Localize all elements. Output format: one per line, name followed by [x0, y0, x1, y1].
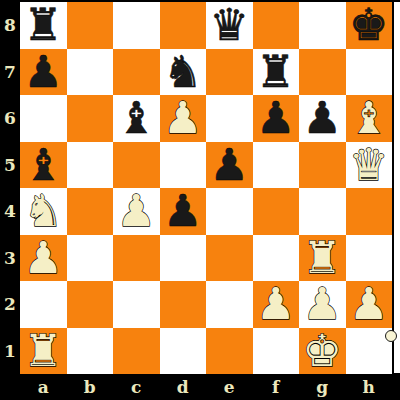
file-label-a: a: [20, 373, 67, 400]
square-b2[interactable]: [67, 281, 114, 328]
square-e4[interactable]: [206, 188, 253, 235]
piece-white-pawn-d6[interactable]: ♟: [163, 95, 202, 142]
piece-black-pawn-d4[interactable]: ♟: [163, 188, 202, 235]
file-label-h: h: [346, 373, 393, 400]
rank-label-6: 6: [0, 95, 20, 142]
square-h5[interactable]: ♛: [346, 142, 393, 189]
piece-white-pawn-a3[interactable]: ♟: [24, 235, 63, 282]
square-c8[interactable]: [113, 2, 160, 49]
rank-label-5: 5: [0, 142, 20, 189]
piece-black-queen-e8[interactable]: ♛: [210, 2, 249, 49]
square-a2[interactable]: [20, 281, 67, 328]
square-b3[interactable]: [67, 235, 114, 282]
square-b7[interactable]: [67, 49, 114, 96]
file-label-b: b: [67, 373, 114, 400]
piece-white-pawn-c4[interactable]: ♟: [117, 188, 156, 235]
file-label-g: g: [299, 373, 346, 400]
square-c5[interactable]: [113, 142, 160, 189]
square-e5[interactable]: ♟: [206, 142, 253, 189]
piece-white-king-g1[interactable]: ♚: [303, 328, 342, 375]
square-d3[interactable]: [160, 235, 207, 282]
square-d4[interactable]: ♟: [160, 188, 207, 235]
square-h3[interactable]: [346, 235, 393, 282]
square-d8[interactable]: [160, 2, 207, 49]
file-label-c: c: [113, 373, 160, 400]
piece-white-queen-h5[interactable]: ♛: [349, 142, 388, 189]
square-c1[interactable]: [113, 328, 160, 375]
file-label-d: d: [160, 373, 207, 400]
piece-white-pawn-h2[interactable]: ♟: [349, 281, 388, 328]
file-label-f: f: [253, 373, 300, 400]
file-labels: abcdefgh: [20, 373, 392, 400]
square-g4[interactable]: [299, 188, 346, 235]
square-b4[interactable]: [67, 188, 114, 235]
piece-black-king-h8[interactable]: ♚: [349, 2, 388, 49]
square-c7[interactable]: [113, 49, 160, 96]
square-f5[interactable]: [253, 142, 300, 189]
piece-white-pawn-f2[interactable]: ♟: [256, 281, 295, 328]
piece-white-knight-a4[interactable]: ♞: [24, 188, 63, 235]
square-e3[interactable]: [206, 235, 253, 282]
square-d5[interactable]: [160, 142, 207, 189]
square-g2[interactable]: ♟: [299, 281, 346, 328]
square-b1[interactable]: [67, 328, 114, 375]
square-g5[interactable]: [299, 142, 346, 189]
square-e7[interactable]: [206, 49, 253, 96]
square-c3[interactable]: [113, 235, 160, 282]
piece-black-pawn-e5[interactable]: ♟: [210, 142, 249, 189]
square-g7[interactable]: [299, 49, 346, 96]
rank-label-3: 3: [0, 235, 20, 282]
rank-label-4: 4: [0, 188, 20, 235]
square-d2[interactable]: [160, 281, 207, 328]
square-h8[interactable]: ♚: [346, 2, 393, 49]
square-f3[interactable]: [253, 235, 300, 282]
piece-black-rook-a8[interactable]: ♜: [24, 2, 63, 49]
square-f7[interactable]: ♜: [253, 49, 300, 96]
piece-white-pawn-g2[interactable]: ♟: [303, 281, 342, 328]
square-e1[interactable]: [206, 328, 253, 375]
square-e2[interactable]: [206, 281, 253, 328]
square-a1[interactable]: ♜: [20, 328, 67, 375]
square-a3[interactable]: ♟: [20, 235, 67, 282]
square-g3[interactable]: ♜: [299, 235, 346, 282]
square-f8[interactable]: [253, 2, 300, 49]
square-f4[interactable]: [253, 188, 300, 235]
square-d6[interactable]: ♟: [160, 95, 207, 142]
square-f2[interactable]: ♟: [253, 281, 300, 328]
piece-black-pawn-g6[interactable]: ♟: [303, 95, 342, 142]
square-d1[interactable]: [160, 328, 207, 375]
square-c2[interactable]: [113, 281, 160, 328]
square-b5[interactable]: [67, 142, 114, 189]
square-b6[interactable]: [67, 95, 114, 142]
piece-white-rook-a1[interactable]: ♜: [24, 328, 63, 375]
square-b8[interactable]: [67, 2, 114, 49]
piece-black-pawn-f6[interactable]: ♟: [256, 95, 295, 142]
rank-label-2: 2: [0, 281, 20, 328]
rank-label-8: 8: [0, 2, 20, 49]
square-g8[interactable]: [299, 2, 346, 49]
piece-black-bishop-c6[interactable]: ♝: [117, 95, 156, 142]
square-f1[interactable]: [253, 328, 300, 375]
piece-white-rook-g3[interactable]: ♜: [303, 235, 342, 282]
chess-board: ♜♛♚♟♞♜♝♟♟♟♝♝♟♛♞♟♟♟♜♟♟♟♜♚: [20, 0, 394, 374]
square-g6[interactable]: ♟: [299, 95, 346, 142]
piece-black-rook-f7[interactable]: ♜: [256, 49, 295, 96]
chess-diagram: 87654321 abcdefgh ♜♛♚♟♞♜♝♟♟♟♝♝♟♛♞♟♟♟♜♟♟♟…: [0, 0, 400, 400]
rank-label-7: 7: [0, 49, 20, 96]
rank-label-1: 1: [0, 328, 20, 375]
square-d7[interactable]: ♞: [160, 49, 207, 96]
square-a8[interactable]: ♜: [20, 2, 67, 49]
piece-white-bishop-h6[interactable]: ♝: [349, 95, 388, 142]
square-a5[interactable]: ♝: [20, 142, 67, 189]
square-c4[interactable]: ♟: [113, 188, 160, 235]
square-h6[interactable]: ♝: [346, 95, 393, 142]
square-a4[interactable]: ♞: [20, 188, 67, 235]
square-h2[interactable]: ♟: [346, 281, 393, 328]
square-f6[interactable]: ♟: [253, 95, 300, 142]
square-a7[interactable]: ♟: [20, 49, 67, 96]
square-a6[interactable]: [20, 95, 67, 142]
piece-black-knight-d7[interactable]: ♞: [163, 49, 202, 96]
square-h7[interactable]: [346, 49, 393, 96]
file-label-e: e: [206, 373, 253, 400]
square-e8[interactable]: ♛: [206, 2, 253, 49]
piece-black-bishop-a5[interactable]: ♝: [24, 142, 63, 189]
piece-black-pawn-a7[interactable]: ♟: [24, 49, 63, 96]
square-c6[interactable]: ♝: [113, 95, 160, 142]
rank-labels: 87654321: [0, 2, 20, 374]
square-g1[interactable]: ♚: [299, 328, 346, 375]
square-h4[interactable]: [346, 188, 393, 235]
square-e6[interactable]: [206, 95, 253, 142]
white-to-move-indicator: [385, 330, 397, 342]
